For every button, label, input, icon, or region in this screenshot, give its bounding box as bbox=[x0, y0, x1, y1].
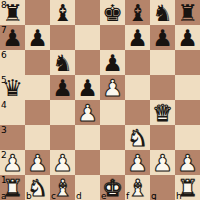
file-label-b: b bbox=[26, 192, 32, 200]
black-pawn-piece[interactable]: ♟ bbox=[50, 75, 75, 100]
square-h7[interactable]: ♟ bbox=[175, 25, 200, 50]
square-a7[interactable]: 7♟ bbox=[0, 25, 25, 50]
square-c4[interactable] bbox=[50, 100, 75, 125]
square-c8[interactable]: ♝ bbox=[50, 0, 75, 25]
rank-label-2: 2 bbox=[1, 150, 7, 160]
square-a6[interactable]: 6 bbox=[0, 50, 25, 75]
square-e7[interactable] bbox=[100, 25, 125, 50]
white-pawn-piece[interactable]: ♟ bbox=[125, 150, 150, 175]
file-label-d: d bbox=[76, 192, 82, 200]
black-pawn-piece[interactable]: ♟ bbox=[175, 25, 200, 50]
square-a8[interactable]: 8♜ bbox=[0, 0, 25, 25]
square-g3[interactable] bbox=[150, 125, 175, 150]
square-b5[interactable] bbox=[25, 75, 50, 100]
white-pawn-piece[interactable]: ♟ bbox=[25, 150, 50, 175]
square-c6[interactable]: ♞ bbox=[50, 50, 75, 75]
square-a3[interactable]: 3 bbox=[0, 125, 25, 150]
black-pawn-piece[interactable]: ♟ bbox=[75, 75, 100, 100]
square-f4[interactable] bbox=[125, 100, 150, 125]
file-label-a: a bbox=[1, 192, 7, 200]
square-h5[interactable] bbox=[175, 75, 200, 100]
square-g5[interactable] bbox=[150, 75, 175, 100]
square-g7[interactable]: ♟ bbox=[150, 25, 175, 50]
black-pawn-piece[interactable]: ♟ bbox=[25, 25, 50, 50]
square-b4[interactable] bbox=[25, 100, 50, 125]
square-f5[interactable] bbox=[125, 75, 150, 100]
square-a1[interactable]: 1a♜ bbox=[0, 175, 25, 200]
square-f3[interactable]: ♞ bbox=[125, 125, 150, 150]
white-pawn-piece[interactable]: ♟ bbox=[75, 100, 100, 125]
black-pawn-piece[interactable]: ♟ bbox=[100, 50, 125, 75]
square-b2[interactable]: ♟ bbox=[25, 150, 50, 175]
square-f2[interactable]: ♟ bbox=[125, 150, 150, 175]
square-b7[interactable]: ♟ bbox=[25, 25, 50, 50]
square-b1[interactable]: b♞ bbox=[25, 175, 50, 200]
file-label-f: f bbox=[126, 192, 129, 200]
square-e1[interactable]: e♚ bbox=[100, 175, 125, 200]
square-f6[interactable] bbox=[125, 50, 150, 75]
square-h1[interactable]: h♜ bbox=[175, 175, 200, 200]
square-h4[interactable] bbox=[175, 100, 200, 125]
rank-label-6: 6 bbox=[1, 50, 7, 60]
square-e4[interactable] bbox=[100, 100, 125, 125]
square-a5[interactable]: 5♛ bbox=[0, 75, 25, 100]
white-pawn-piece[interactable]: ♟ bbox=[175, 150, 200, 175]
square-e2[interactable] bbox=[100, 150, 125, 175]
square-d2[interactable] bbox=[75, 150, 100, 175]
file-label-g: g bbox=[151, 192, 157, 200]
square-g2[interactable]: ♟ bbox=[150, 150, 175, 175]
black-rook-piece[interactable]: ♜ bbox=[175, 0, 200, 25]
black-knight-piece[interactable]: ♞ bbox=[150, 0, 175, 25]
square-c7[interactable] bbox=[50, 25, 75, 50]
square-g6[interactable] bbox=[150, 50, 175, 75]
square-a2[interactable]: 2♟ bbox=[0, 150, 25, 175]
black-king-piece[interactable]: ♚ bbox=[100, 0, 125, 25]
rank-label-1: 1 bbox=[1, 175, 7, 185]
black-knight-piece[interactable]: ♞ bbox=[50, 50, 75, 75]
square-e8[interactable]: ♚ bbox=[100, 0, 125, 25]
chess-board: 8♜♝♚♝♞♜7♟♟♟♟♟6♞♟5♛♟♟♟4♟♛3♞2♟♟♟♟♟♟1a♜b♞c♝… bbox=[0, 0, 200, 200]
square-b8[interactable] bbox=[25, 0, 50, 25]
square-g1[interactable]: g bbox=[150, 175, 175, 200]
square-h8[interactable]: ♜ bbox=[175, 0, 200, 25]
rank-label-3: 3 bbox=[1, 125, 7, 135]
square-d7[interactable] bbox=[75, 25, 100, 50]
square-g8[interactable]: ♞ bbox=[150, 0, 175, 25]
black-pawn-piece[interactable]: ♟ bbox=[125, 25, 150, 50]
white-queen-piece[interactable]: ♛ bbox=[150, 100, 175, 125]
square-b6[interactable] bbox=[25, 50, 50, 75]
rank-label-5: 5 bbox=[1, 75, 7, 85]
white-pawn-piece[interactable]: ♟ bbox=[100, 75, 125, 100]
black-bishop-piece[interactable]: ♝ bbox=[125, 0, 150, 25]
file-label-c: c bbox=[51, 192, 56, 200]
square-f1[interactable]: f♝ bbox=[125, 175, 150, 200]
black-bishop-piece[interactable]: ♝ bbox=[50, 0, 75, 25]
square-e3[interactable] bbox=[100, 125, 125, 150]
square-b3[interactable] bbox=[25, 125, 50, 150]
file-label-e: e bbox=[101, 192, 107, 200]
rank-label-8: 8 bbox=[1, 0, 7, 10]
square-d8[interactable] bbox=[75, 0, 100, 25]
square-g4[interactable]: ♛ bbox=[150, 100, 175, 125]
square-a4[interactable]: 4 bbox=[0, 100, 25, 125]
square-f8[interactable]: ♝ bbox=[125, 0, 150, 25]
white-pawn-piece[interactable]: ♟ bbox=[50, 150, 75, 175]
square-c1[interactable]: c♝ bbox=[50, 175, 75, 200]
square-h6[interactable] bbox=[175, 50, 200, 75]
black-pawn-piece[interactable]: ♟ bbox=[150, 25, 175, 50]
square-c2[interactable]: ♟ bbox=[50, 150, 75, 175]
square-f7[interactable]: ♟ bbox=[125, 25, 150, 50]
rank-label-7: 7 bbox=[1, 25, 7, 35]
square-d4[interactable]: ♟ bbox=[75, 100, 100, 125]
white-knight-piece[interactable]: ♞ bbox=[125, 125, 150, 150]
square-e6[interactable]: ♟ bbox=[100, 50, 125, 75]
square-d3[interactable] bbox=[75, 125, 100, 150]
file-label-h: h bbox=[176, 192, 182, 200]
white-pawn-piece[interactable]: ♟ bbox=[150, 150, 175, 175]
rank-label-4: 4 bbox=[1, 100, 7, 110]
square-d6[interactable] bbox=[75, 50, 100, 75]
square-d1[interactable]: d bbox=[75, 175, 100, 200]
square-d5[interactable]: ♟ bbox=[75, 75, 100, 100]
square-h3[interactable] bbox=[175, 125, 200, 150]
square-c3[interactable] bbox=[50, 125, 75, 150]
square-c5[interactable]: ♟ bbox=[50, 75, 75, 100]
square-h2[interactable]: ♟ bbox=[175, 150, 200, 175]
square-e5[interactable]: ♟ bbox=[100, 75, 125, 100]
